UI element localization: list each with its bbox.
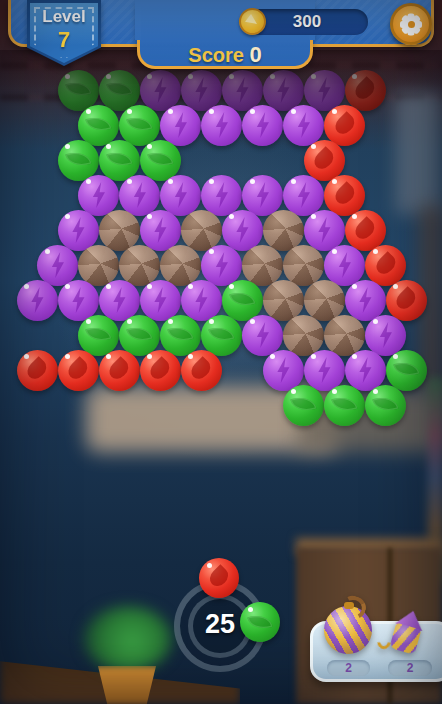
bubble-green-leaf [283, 385, 324, 426]
bubble-purple-lightning [119, 175, 160, 216]
bubble-red-fire [386, 280, 427, 321]
bubble-green-leaf [386, 350, 427, 391]
rocket-body [389, 623, 421, 655]
bubble-purple-lightning [283, 105, 324, 146]
bubble-rock [263, 280, 304, 321]
bubble-rock [304, 280, 345, 321]
bubble-purple-lightning [140, 210, 181, 251]
rocket-count-badge: 2 [388, 660, 432, 676]
bubble-purple-lightning [222, 210, 263, 251]
bubble-purple-lightning [160, 175, 201, 216]
bubble-green-leaf [365, 385, 406, 426]
bubble-green-leaf [119, 105, 160, 146]
bubble-rock [99, 210, 140, 251]
bubble-green-leaf [78, 315, 119, 356]
gear-hole [408, 21, 415, 28]
bubble-purple-lightning [324, 245, 365, 286]
bubble-rock [263, 210, 304, 251]
bomb-count-badge: 2 [327, 660, 370, 676]
bubble-green-leaf [140, 140, 181, 181]
gear-icon [400, 13, 422, 35]
bubble-purple-lightning [242, 175, 283, 216]
bubble-green-leaf [324, 385, 365, 426]
bubble-red-fire [140, 350, 181, 391]
bubble-rock [283, 245, 324, 286]
bubble-green-leaf [119, 315, 160, 356]
bubble-rock [160, 245, 201, 286]
bubble-rock [283, 315, 324, 356]
shots-remaining: 25 [174, 609, 266, 640]
bubble-purple-lightning [304, 210, 345, 251]
bubble-purple-lightning [78, 175, 119, 216]
bubble-purple-lightning [345, 350, 386, 391]
settings-button[interactable] [390, 3, 432, 45]
header-trim [135, 0, 141, 40]
bubble-purple-lightning [242, 105, 283, 146]
bubble-purple-lightning [201, 105, 242, 146]
bubble-purple-lightning [99, 280, 140, 321]
bubble-red-fire [181, 350, 222, 391]
bubble-purple-lightning [283, 175, 324, 216]
level-number: 7 [27, 27, 101, 53]
bubble-red-fire [99, 350, 140, 391]
level-label: Level [27, 7, 101, 27]
bubble-green-leaf [160, 315, 201, 356]
bubble-rock [181, 210, 222, 251]
bubble-red-fire [324, 175, 365, 216]
booster-tray: 2 2 [310, 621, 442, 682]
score-display: Score 0 [137, 42, 313, 68]
bubble-rock [242, 245, 283, 286]
bubble-purple-lightning [304, 350, 345, 391]
current-bubble-red-fire[interactable] [199, 558, 239, 598]
bubble-purple-lightning [160, 105, 201, 146]
game-screen: Score 0 Level 7 300 25 2 [0, 0, 442, 704]
coin-icon [239, 8, 266, 35]
bubble-red-fire [58, 350, 99, 391]
bubble-green-leaf [58, 140, 99, 181]
bubble-red-fire [345, 210, 386, 251]
bubble-purple-lightning [181, 280, 222, 321]
bubble-rock [78, 245, 119, 286]
bubble-red-fire [365, 245, 406, 286]
bubble-purple-lightning [37, 245, 78, 286]
bubble-purple-lightning [263, 350, 304, 391]
score-value: 0 [249, 42, 261, 67]
bubble-rock [119, 245, 160, 286]
bubble-red-fire [17, 350, 58, 391]
level-badge: Level 7 [27, 0, 101, 66]
bubble-purple-lightning [201, 175, 242, 216]
bubble-purple-lightning [17, 280, 58, 321]
bubble-purple-lightning [242, 315, 283, 356]
bubble-green-leaf [201, 315, 242, 356]
bubble-red-fire [304, 140, 345, 181]
bubble-purple-lightning [201, 245, 242, 286]
bubble-purple-lightning [140, 280, 181, 321]
bubble-green-leaf [99, 140, 140, 181]
bubble-rock [324, 315, 365, 356]
bubble-purple-lightning [58, 280, 99, 321]
bubble-green-leaf [222, 280, 263, 321]
bubble-purple-lightning [345, 280, 386, 321]
bubble-red-fire [324, 105, 365, 146]
bomb-booster-icon[interactable] [324, 606, 372, 654]
bubble-purple-lightning [58, 210, 99, 251]
score-label: Score [188, 44, 244, 66]
rocket-fuse [375, 633, 393, 651]
bubble-green-leaf [78, 105, 119, 146]
bubble-purple-lightning [365, 315, 406, 356]
